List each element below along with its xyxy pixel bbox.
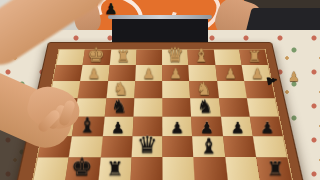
square-g3 <box>78 81 108 98</box>
square-d7 <box>162 157 194 180</box>
black-bishop: ♝ <box>193 136 224 157</box>
square-a6 <box>253 136 287 157</box>
square-a1: ♜ <box>239 50 268 65</box>
square-b5: ♟ <box>220 117 252 137</box>
square-f2 <box>108 65 136 81</box>
square-c2 <box>189 65 217 81</box>
square-c6: ♝ <box>192 136 224 157</box>
captured-black-pawn-lying: ♟ <box>264 73 279 87</box>
square-f4: ♞ <box>104 98 134 116</box>
captured-white-pawn: ♟ <box>288 70 300 83</box>
square-e2: ♟ <box>135 65 162 81</box>
white-pawn-glyph: ♟ <box>288 70 300 83</box>
square-g6 <box>69 136 102 157</box>
square-c1: ♝ <box>188 50 215 65</box>
white-queen: ♛ <box>162 45 188 65</box>
black-queen: ♛ <box>131 133 162 156</box>
square-c7 <box>194 157 228 180</box>
square-d2: ♟ <box>162 65 189 81</box>
square-b7 <box>225 157 260 180</box>
square-g1: ♚ <box>83 50 111 65</box>
black-rook: ♜ <box>259 160 291 179</box>
square-f5: ♟ <box>102 117 133 137</box>
black-pawn: ♟ <box>102 120 132 135</box>
square-d4 <box>162 98 191 116</box>
black-knight: ♞ <box>191 98 220 116</box>
square-d6 <box>162 136 193 157</box>
square-g2: ♟ <box>80 65 109 81</box>
square-d5: ♟ <box>162 117 192 137</box>
square-e3 <box>134 81 162 98</box>
white-knight: ♞ <box>106 80 134 98</box>
square-g4 <box>75 98 106 116</box>
square-b1 <box>213 50 241 65</box>
square-a7: ♜ <box>256 157 292 180</box>
square-b4 <box>218 98 249 116</box>
black-pawn-glyph: ♟ <box>264 73 279 87</box>
square-h1 <box>56 50 85 65</box>
white-pawn: ♟ <box>216 66 243 80</box>
white-pawn: ♟ <box>81 66 108 80</box>
white-pawn: ♟ <box>162 66 189 80</box>
board-perspective-wrapper: ♚♜♛♝♜♟♟♟♟♟♞♞♞♞♟♝♟♟♟♟♟♛♝♚♜♜ <box>48 42 272 180</box>
square-d3 <box>162 81 190 98</box>
square-g7: ♚ <box>66 157 101 180</box>
square-f3: ♞ <box>106 81 135 98</box>
square-f7: ♜ <box>98 157 131 180</box>
chess-photo-scene: ♟ ♚♜♛♝♜♟♟♟♟♟♞♞♞♞♟♝♟♟♟♟♟♛♝♚♜♜ ♟ ♟ <box>0 0 320 180</box>
square-d1: ♛ <box>162 50 188 65</box>
black-pawn: ♟ <box>252 120 282 135</box>
black-king: ♚ <box>66 155 98 179</box>
white-king: ♚ <box>83 45 109 65</box>
white-knight: ♞ <box>190 80 218 98</box>
square-c4: ♞ <box>190 98 220 116</box>
square-e5 <box>132 117 162 137</box>
black-pawn-glyph: ♟ <box>104 2 117 17</box>
square-f6 <box>100 136 132 157</box>
white-pawn: ♟ <box>135 66 162 80</box>
square-b3 <box>217 81 247 98</box>
black-pawn: ♟ <box>162 120 192 135</box>
black-rook: ♜ <box>98 160 130 179</box>
white-rook: ♜ <box>241 49 267 65</box>
square-h2 <box>53 65 83 81</box>
black-pawn: ♟ <box>222 120 252 135</box>
square-e4 <box>133 98 162 116</box>
square-f1: ♜ <box>109 50 136 65</box>
square-h7 <box>33 157 69 180</box>
square-c5: ♟ <box>191 117 222 137</box>
white-bishop: ♝ <box>188 47 214 65</box>
captured-black-pawn-standing: ♟ <box>104 2 117 17</box>
black-pawn: ♟ <box>192 120 222 135</box>
square-e1 <box>136 50 162 65</box>
white-rook: ♜ <box>109 49 135 65</box>
square-c3: ♞ <box>189 81 218 98</box>
square-a4 <box>247 98 279 116</box>
square-e7 <box>130 157 162 180</box>
square-b2: ♟ <box>215 65 244 81</box>
square-e6: ♛ <box>131 136 162 157</box>
square-a5: ♟ <box>249 117 282 137</box>
black-knight: ♞ <box>104 98 133 116</box>
square-b6 <box>223 136 256 157</box>
